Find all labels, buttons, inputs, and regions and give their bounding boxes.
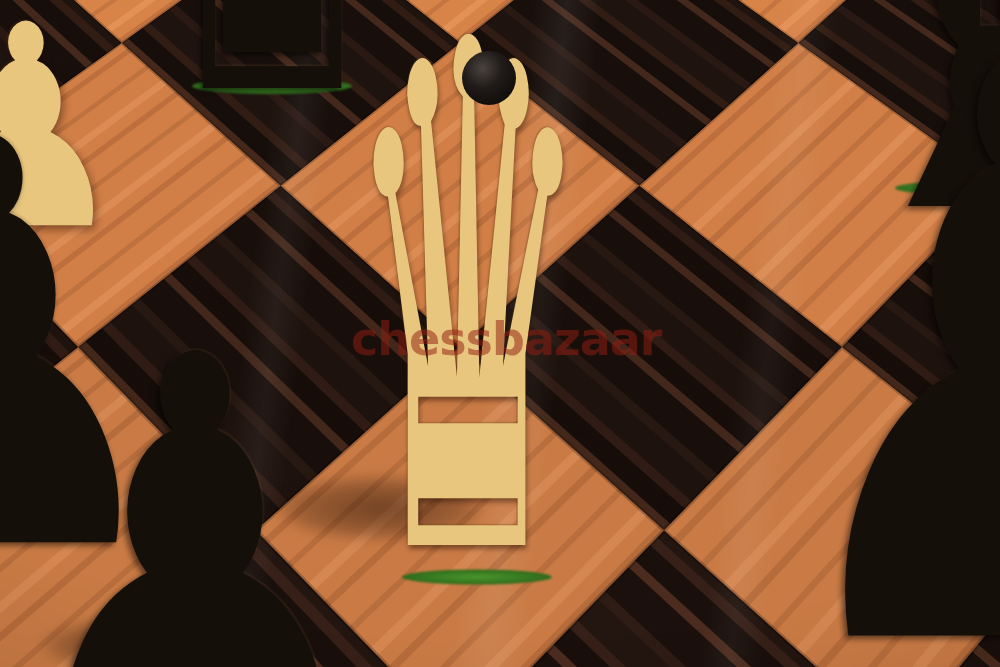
black-pawn-bottom-glyph: ♟ xyxy=(0,285,391,667)
black-pawn-bottom-piece[interactable]: ♟ xyxy=(0,285,446,667)
black-pawn-right-glyph: ♟ xyxy=(756,0,1000,667)
white-queen-finial-ball xyxy=(462,51,516,105)
chessboard-photo: ♚♝♟♟♟♛♟ chessbazaar xyxy=(0,0,1000,667)
